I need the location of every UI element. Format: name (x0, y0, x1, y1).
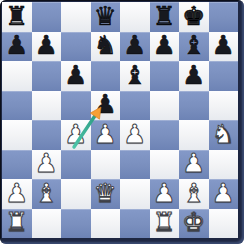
square-b2[interactable]: ♝ (32, 179, 62, 209)
square-d6[interactable] (91, 61, 121, 91)
square-b5[interactable] (32, 91, 62, 121)
white-bishop-g2[interactable]: ♝ (182, 180, 205, 206)
black-pawn-g6[interactable]: ♟ (182, 62, 205, 88)
square-a3[interactable] (2, 150, 32, 180)
square-h7[interactable]: ♟ (209, 32, 239, 62)
square-h6[interactable] (209, 61, 239, 91)
square-f6[interactable] (150, 61, 180, 91)
white-rook-f1[interactable]: ♜ (153, 209, 176, 235)
square-h5[interactable] (209, 91, 239, 121)
square-f4[interactable] (150, 120, 180, 150)
black-pawn-e7[interactable]: ♟ (123, 32, 146, 58)
chess-board-frame: ♜♛♜♚♟♟♞♟♟♝♟♟♝♟♟♟♟♟♞♟♟♟♝♛♟♝♟♜♜♚ (0, 0, 244, 244)
square-b6[interactable] (32, 61, 62, 91)
square-g6[interactable]: ♟ (179, 61, 209, 91)
square-h3[interactable] (209, 150, 239, 180)
square-e7[interactable]: ♟ (120, 32, 150, 62)
black-queen-d8[interactable]: ♛ (94, 3, 117, 29)
black-king-g8[interactable]: ♚ (182, 3, 205, 29)
square-e6[interactable]: ♝ (120, 61, 150, 91)
white-knight-h4[interactable]: ♞ (212, 121, 235, 147)
black-rook-a8[interactable]: ♜ (5, 3, 28, 29)
square-d5[interactable]: ♟ (91, 91, 121, 121)
square-g4[interactable] (179, 120, 209, 150)
square-g7[interactable]: ♝ (179, 32, 209, 62)
square-e5[interactable] (120, 91, 150, 121)
square-f2[interactable]: ♟ (150, 179, 180, 209)
square-h2[interactable]: ♟ (209, 179, 239, 209)
square-f7[interactable]: ♟ (150, 32, 180, 62)
black-pawn-f7[interactable]: ♟ (153, 32, 176, 58)
square-f3[interactable] (150, 150, 180, 180)
white-king-g1[interactable]: ♚ (182, 209, 205, 235)
square-e1[interactable] (120, 209, 150, 239)
square-g8[interactable]: ♚ (179, 2, 209, 32)
white-pawn-b3[interactable]: ♟ (35, 150, 58, 176)
white-pawn-g3[interactable]: ♟ (182, 150, 205, 176)
black-pawn-b7[interactable]: ♟ (35, 32, 58, 58)
square-g1[interactable]: ♚ (179, 209, 209, 239)
square-b8[interactable] (32, 2, 62, 32)
white-pawn-a2[interactable]: ♟ (5, 180, 28, 206)
square-d8[interactable]: ♛ (91, 2, 121, 32)
square-b3[interactable]: ♟ (32, 150, 62, 180)
square-a4[interactable] (2, 120, 32, 150)
square-b1[interactable] (32, 209, 62, 239)
square-c3[interactable] (61, 150, 91, 180)
square-b7[interactable]: ♟ (32, 32, 62, 62)
square-d2[interactable]: ♛ (91, 179, 121, 209)
square-a6[interactable] (2, 61, 32, 91)
square-b4[interactable] (32, 120, 62, 150)
square-g5[interactable] (179, 91, 209, 121)
square-e3[interactable] (120, 150, 150, 180)
square-c6[interactable]: ♟ (61, 61, 91, 91)
white-rook-a1[interactable]: ♜ (5, 209, 28, 235)
square-c5[interactable] (61, 91, 91, 121)
square-h4[interactable]: ♞ (209, 120, 239, 150)
square-d3[interactable] (91, 150, 121, 180)
chess-board: ♜♛♜♚♟♟♞♟♟♝♟♟♝♟♟♟♟♟♞♟♟♟♝♛♟♝♟♜♜♚ (2, 2, 238, 238)
square-g3[interactable]: ♟ (179, 150, 209, 180)
square-d1[interactable] (91, 209, 121, 239)
black-knight-d7[interactable]: ♞ (94, 32, 117, 58)
square-a8[interactable]: ♜ (2, 2, 32, 32)
square-a2[interactable]: ♟ (2, 179, 32, 209)
black-pawn-c6[interactable]: ♟ (64, 62, 87, 88)
square-e4[interactable]: ♟ (120, 120, 150, 150)
white-bishop-b2[interactable]: ♝ (35, 180, 58, 206)
square-h8[interactable] (209, 2, 239, 32)
square-f8[interactable]: ♜ (150, 2, 180, 32)
white-pawn-e4[interactable]: ♟ (123, 121, 146, 147)
white-queen-d2[interactable]: ♛ (94, 180, 117, 206)
square-c8[interactable] (61, 2, 91, 32)
square-e2[interactable] (120, 179, 150, 209)
square-c1[interactable] (61, 209, 91, 239)
black-pawn-h7[interactable]: ♟ (212, 32, 235, 58)
black-pawn-a7[interactable]: ♟ (5, 32, 28, 58)
square-g2[interactable]: ♝ (179, 179, 209, 209)
square-a7[interactable]: ♟ (2, 32, 32, 62)
square-c4[interactable]: ♟ (61, 120, 91, 150)
black-bishop-e6[interactable]: ♝ (123, 62, 146, 88)
white-pawn-d4[interactable]: ♟ (94, 121, 117, 147)
square-f5[interactable] (150, 91, 180, 121)
black-pawn-d5[interactable]: ♟ (94, 91, 117, 117)
black-rook-f8[interactable]: ♜ (153, 3, 176, 29)
square-c7[interactable] (61, 32, 91, 62)
square-a1[interactable]: ♜ (2, 209, 32, 239)
white-pawn-f2[interactable]: ♟ (153, 180, 176, 206)
square-c2[interactable] (61, 179, 91, 209)
white-pawn-h2[interactable]: ♟ (212, 180, 235, 206)
square-a5[interactable] (2, 91, 32, 121)
square-f1[interactable]: ♜ (150, 209, 180, 239)
square-e8[interactable] (120, 2, 150, 32)
square-d4[interactable]: ♟ (91, 120, 121, 150)
square-d7[interactable]: ♞ (91, 32, 121, 62)
square-h1[interactable] (209, 209, 239, 239)
white-pawn-c4[interactable]: ♟ (64, 121, 87, 147)
black-bishop-g7[interactable]: ♝ (182, 32, 205, 58)
